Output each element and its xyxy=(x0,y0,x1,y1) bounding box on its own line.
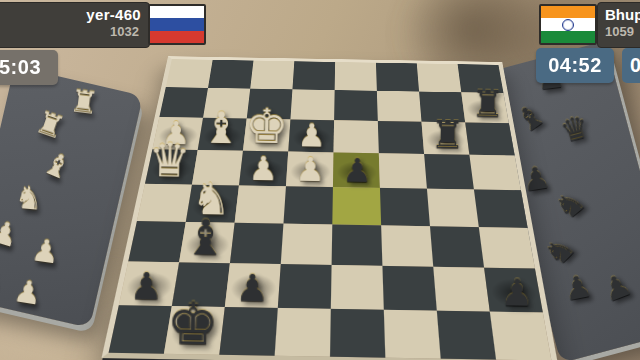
captured-white-P: ♟ xyxy=(12,275,44,310)
square-f5[interactable] xyxy=(235,185,286,223)
square-b6[interactable] xyxy=(430,226,484,267)
square-c4[interactable] xyxy=(379,153,427,189)
captured-white-P: ♟ xyxy=(30,234,62,269)
square-a3[interactable] xyxy=(465,122,514,155)
square-e1[interactable] xyxy=(292,61,335,90)
square-g3[interactable]: ♝ xyxy=(198,118,247,151)
flag-stripe xyxy=(150,18,204,30)
square-e2[interactable] xyxy=(290,89,334,120)
square-f6[interactable] xyxy=(230,223,284,264)
captured-white-B: ♝ xyxy=(38,146,76,185)
player-rating-right: 1059 xyxy=(605,24,640,39)
player-name-left: yer-460 xyxy=(0,6,141,23)
square-d5[interactable] xyxy=(332,187,381,225)
piece-white-P-e3[interactable]: ♟ xyxy=(297,119,326,151)
square-f3[interactable]: ♚ xyxy=(243,119,290,152)
square-c8[interactable] xyxy=(384,310,441,359)
square-e5[interactable] xyxy=(283,186,332,224)
piece-black-P-h7[interactable]: ♟ xyxy=(129,267,163,305)
square-a2[interactable]: ♜ xyxy=(461,92,509,123)
captured-black-P: ♟ xyxy=(561,270,594,306)
square-d1[interactable] xyxy=(335,62,377,91)
square-h4[interactable]: ♛ xyxy=(145,149,198,184)
captured-white-N: ♞ xyxy=(14,182,44,215)
square-h1[interactable] xyxy=(166,59,213,88)
clock-right-edge-clipped: 0 xyxy=(622,48,640,83)
piece-black-P-f7[interactable]: ♟ xyxy=(235,269,269,307)
square-b4[interactable] xyxy=(424,154,474,190)
player-name-right: Bhup xyxy=(605,6,640,23)
square-d8[interactable] xyxy=(330,309,385,358)
captured-black-P: ♟ xyxy=(599,268,636,307)
square-c3[interactable] xyxy=(378,121,424,154)
square-f4[interactable]: ♟ xyxy=(239,151,288,186)
square-c1[interactable] xyxy=(376,63,419,92)
piece-black-P-a7[interactable]: ♟ xyxy=(499,274,533,312)
player-panel-left: yer-460 1032 xyxy=(0,2,150,48)
player-rating-left: 1032 xyxy=(0,24,139,39)
square-f8[interactable] xyxy=(219,307,278,356)
square-b3[interactable]: ♜ xyxy=(422,122,470,155)
chess-board[interactable]: ♜♟♝♚♟♜♛♟♟♟♞♝♟♟♟♚ xyxy=(102,56,559,360)
captured-white-R: ♜ xyxy=(68,85,99,119)
flag-stripe xyxy=(541,31,595,43)
ashoka-chakra-icon xyxy=(562,19,574,31)
piece-white-P-f4[interactable]: ♟ xyxy=(248,152,278,185)
piece-black-P-d4[interactable]: ♟ xyxy=(342,154,372,187)
square-h6[interactable] xyxy=(128,221,186,262)
square-d2[interactable] xyxy=(334,90,378,121)
square-c7[interactable] xyxy=(382,266,436,311)
square-f7[interactable]: ♟ xyxy=(225,263,281,308)
square-f1[interactable] xyxy=(250,61,294,90)
clock-left: 5:03 xyxy=(0,50,58,85)
square-a7[interactable]: ♟ xyxy=(484,268,543,313)
captured-black-Q: ♛ xyxy=(557,111,592,148)
square-e3[interactable]: ♟ xyxy=(288,119,334,152)
piece-white-B-g3[interactable]: ♝ xyxy=(201,106,241,150)
square-d3[interactable] xyxy=(334,120,379,153)
square-c6[interactable] xyxy=(381,225,433,266)
square-d6[interactable] xyxy=(332,224,383,265)
piece-black-K-g8[interactable]: ♚ xyxy=(165,294,219,354)
square-e8[interactable] xyxy=(275,308,331,357)
captured-white-P: ♟ xyxy=(0,215,22,253)
piece-black-R-b3[interactable]: ♜ xyxy=(429,115,464,154)
square-c2[interactable] xyxy=(377,91,422,122)
flag-stripe xyxy=(541,6,595,18)
square-a4[interactable] xyxy=(469,155,521,191)
square-g8[interactable]: ♚ xyxy=(164,306,225,355)
square-b8[interactable] xyxy=(437,311,496,360)
square-e4[interactable]: ♟ xyxy=(286,152,334,187)
captured-white-P: ♟ xyxy=(0,256,7,294)
captured-black-N: ♞ xyxy=(550,184,591,226)
clock-right: 04:52 xyxy=(536,48,614,83)
player-panel-right: Bhup 1059 xyxy=(597,2,640,48)
square-b1[interactable] xyxy=(417,63,461,92)
square-d7[interactable] xyxy=(331,265,384,310)
square-a6[interactable] xyxy=(479,227,535,268)
square-h2[interactable] xyxy=(159,87,208,118)
square-h8[interactable] xyxy=(109,305,172,354)
piece-black-B-g6[interactable]: ♝ xyxy=(183,213,227,262)
square-b7[interactable] xyxy=(433,267,490,312)
piece-white-P-e4[interactable]: ♟ xyxy=(295,153,325,186)
flag-stripe xyxy=(150,31,204,43)
piece-black-R-a2[interactable]: ♜ xyxy=(470,85,504,123)
square-e6[interactable] xyxy=(281,224,333,265)
square-g6[interactable]: ♝ xyxy=(179,222,235,263)
russia-flag-icon xyxy=(148,4,206,45)
captured-white-R: ♜ xyxy=(32,106,68,144)
flag-stripe xyxy=(150,6,204,18)
square-b5[interactable] xyxy=(427,189,479,227)
square-g1[interactable] xyxy=(208,60,253,89)
square-a5[interactable] xyxy=(474,190,528,228)
square-a8[interactable] xyxy=(490,312,552,360)
board-scene: ♜♟♝♚♟♜♛♟♟♟♞♝♟♟♟♚ xyxy=(137,0,520,360)
captured-black-N: ♞ xyxy=(539,230,581,272)
piece-white-K-f3[interactable]: ♚ xyxy=(244,102,288,151)
piece-white-Q-h4[interactable]: ♛ xyxy=(148,136,191,184)
square-d4[interactable]: ♟ xyxy=(333,152,380,188)
square-e7[interactable] xyxy=(278,264,332,309)
india-flag-icon xyxy=(539,4,597,45)
square-c5[interactable] xyxy=(380,188,430,226)
